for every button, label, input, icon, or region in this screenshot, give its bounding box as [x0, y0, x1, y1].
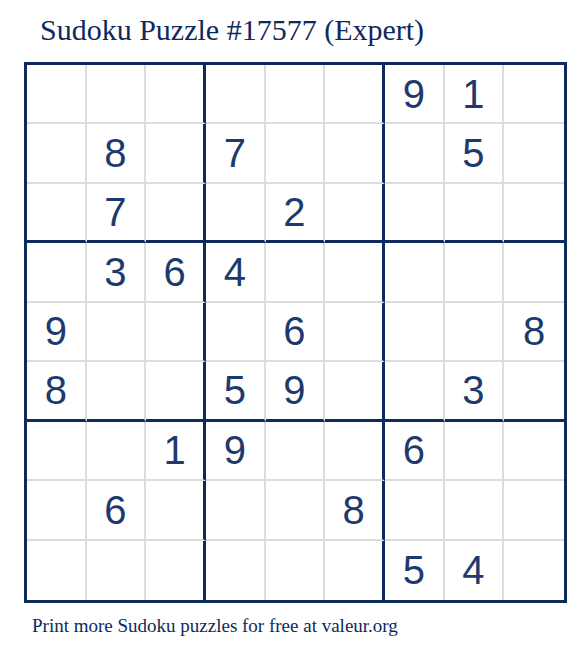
- sudoku-board: 918757236496885931966854: [24, 62, 567, 603]
- sudoku-cell-r3c9[interactable]: [504, 184, 564, 243]
- sudoku-cell-r5c6[interactable]: [325, 303, 385, 362]
- sudoku-cell-r5c3[interactable]: [146, 303, 206, 362]
- sudoku-cell-r6c2[interactable]: [87, 362, 147, 421]
- sudoku-cell-r9c6[interactable]: [325, 541, 385, 600]
- sudoku-cell-r8c4[interactable]: [206, 481, 266, 540]
- sudoku-cell-r5c4[interactable]: [206, 303, 266, 362]
- sudoku-cell-r8c1[interactable]: [27, 481, 87, 540]
- sudoku-cell-r3c4[interactable]: [206, 184, 266, 243]
- sudoku-cell-r8c9[interactable]: [504, 481, 564, 540]
- footer-text: Print more Sudoku puzzles for free at va…: [32, 615, 398, 637]
- sudoku-cell-r1c1[interactable]: [27, 65, 87, 124]
- sudoku-cell-r6c6[interactable]: [325, 362, 385, 421]
- sudoku-cell-r9c9[interactable]: [504, 541, 564, 600]
- sudoku-cell-r7c2[interactable]: [87, 422, 147, 481]
- sudoku-cell-r2c8[interactable]: 5: [445, 124, 505, 183]
- sudoku-cell-r9c1[interactable]: [27, 541, 87, 600]
- sudoku-cell-r4c8[interactable]: [445, 243, 505, 302]
- sudoku-cell-r3c2[interactable]: 7: [87, 184, 147, 243]
- sudoku-cell-r7c4[interactable]: 9: [206, 422, 266, 481]
- sudoku-cell-r1c5[interactable]: [266, 65, 326, 124]
- sudoku-cell-r8c5[interactable]: [266, 481, 326, 540]
- sudoku-cell-r9c5[interactable]: [266, 541, 326, 600]
- sudoku-cell-r1c4[interactable]: [206, 65, 266, 124]
- sudoku-cell-r1c2[interactable]: [87, 65, 147, 124]
- sudoku-cell-r8c8[interactable]: [445, 481, 505, 540]
- sudoku-cell-r9c7[interactable]: 5: [385, 541, 445, 600]
- sudoku-cell-r2c7[interactable]: [385, 124, 445, 183]
- sudoku-cell-r4c1[interactable]: [27, 243, 87, 302]
- sudoku-cell-r3c7[interactable]: [385, 184, 445, 243]
- sudoku-cell-r5c9[interactable]: 8: [504, 303, 564, 362]
- sudoku-cell-r1c9[interactable]: [504, 65, 564, 124]
- sudoku-cell-r7c7[interactable]: 6: [385, 422, 445, 481]
- sudoku-cell-r9c8[interactable]: 4: [445, 541, 505, 600]
- sudoku-cell-r4c9[interactable]: [504, 243, 564, 302]
- sudoku-cell-r4c5[interactable]: [266, 243, 326, 302]
- sudoku-cell-r5c1[interactable]: 9: [27, 303, 87, 362]
- sudoku-cell-r6c8[interactable]: 3: [445, 362, 505, 421]
- sudoku-cell-r9c4[interactable]: [206, 541, 266, 600]
- sudoku-cell-r7c8[interactable]: [445, 422, 505, 481]
- sudoku-cell-r6c3[interactable]: [146, 362, 206, 421]
- sudoku-cell-r7c3[interactable]: 1: [146, 422, 206, 481]
- sudoku-cell-r4c3[interactable]: 6: [146, 243, 206, 302]
- sudoku-cell-r6c7[interactable]: [385, 362, 445, 421]
- sudoku-cell-r4c2[interactable]: 3: [87, 243, 147, 302]
- sudoku-cell-r2c1[interactable]: [27, 124, 87, 183]
- sudoku-cell-r2c4[interactable]: 7: [206, 124, 266, 183]
- sudoku-cell-r6c4[interactable]: 5: [206, 362, 266, 421]
- sudoku-cell-r3c3[interactable]: [146, 184, 206, 243]
- sudoku-cell-r8c2[interactable]: 6: [87, 481, 147, 540]
- sudoku-cell-r2c2[interactable]: 8: [87, 124, 147, 183]
- sudoku-cell-r4c7[interactable]: [385, 243, 445, 302]
- sudoku-cell-r3c5[interactable]: 2: [266, 184, 326, 243]
- sudoku-cell-r3c6[interactable]: [325, 184, 385, 243]
- sudoku-cell-r6c5[interactable]: 9: [266, 362, 326, 421]
- sudoku-page: Sudoku Puzzle #17577 (Expert) 9187572364…: [0, 0, 580, 651]
- sudoku-cell-r8c3[interactable]: [146, 481, 206, 540]
- sudoku-cell-r5c8[interactable]: [445, 303, 505, 362]
- sudoku-cell-r4c6[interactable]: [325, 243, 385, 302]
- sudoku-cell-r1c7[interactable]: 9: [385, 65, 445, 124]
- sudoku-cell-r3c8[interactable]: [445, 184, 505, 243]
- sudoku-cell-r9c3[interactable]: [146, 541, 206, 600]
- sudoku-cell-r1c6[interactable]: [325, 65, 385, 124]
- sudoku-cell-r5c5[interactable]: 6: [266, 303, 326, 362]
- sudoku-cell-r9c2[interactable]: [87, 541, 147, 600]
- sudoku-cell-r7c9[interactable]: [504, 422, 564, 481]
- sudoku-cell-r6c9[interactable]: [504, 362, 564, 421]
- sudoku-cell-r5c2[interactable]: [87, 303, 147, 362]
- sudoku-cell-r2c9[interactable]: [504, 124, 564, 183]
- sudoku-cell-r4c4[interactable]: 4: [206, 243, 266, 302]
- sudoku-cell-r3c1[interactable]: [27, 184, 87, 243]
- page-title: Sudoku Puzzle #17577 (Expert): [40, 13, 424, 47]
- sudoku-cell-r8c6[interactable]: 8: [325, 481, 385, 540]
- sudoku-cell-r8c7[interactable]: [385, 481, 445, 540]
- sudoku-cell-r5c7[interactable]: [385, 303, 445, 362]
- sudoku-cell-r1c3[interactable]: [146, 65, 206, 124]
- sudoku-cell-r7c6[interactable]: [325, 422, 385, 481]
- sudoku-cell-r2c3[interactable]: [146, 124, 206, 183]
- sudoku-cell-r7c5[interactable]: [266, 422, 326, 481]
- sudoku-cell-r7c1[interactable]: [27, 422, 87, 481]
- sudoku-cell-r2c6[interactable]: [325, 124, 385, 183]
- sudoku-cell-r1c8[interactable]: 1: [445, 65, 505, 124]
- sudoku-cell-r6c1[interactable]: 8: [27, 362, 87, 421]
- sudoku-cell-r2c5[interactable]: [266, 124, 326, 183]
